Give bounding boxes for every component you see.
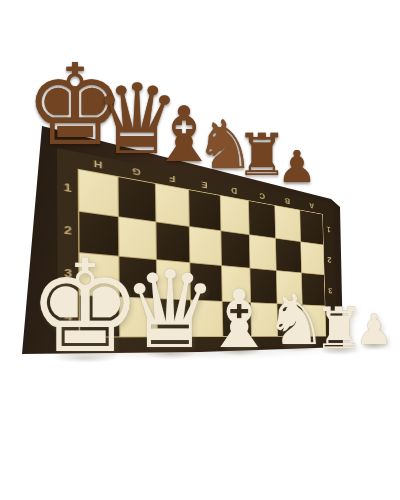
board-square [156,184,189,226]
rank-label: 3 [328,286,332,295]
product-photo-scene: H G F E D C B A 1 2 3 4 1 2 3 4 ♚ ♛ ♝ ♞ … [0,0,400,500]
board-square [249,201,275,237]
board-square [220,196,248,234]
rank-label: 2 [327,256,331,265]
file-label: B [285,196,291,205]
dark-pawn-piece: ♟ [277,145,316,189]
board-square [301,242,324,275]
board-square [275,206,300,241]
board-square [221,231,250,268]
light-pawn-piece: ♟ [355,309,393,351]
rank-label: 1 [64,181,72,194]
board-square [250,235,277,270]
file-label: C [259,191,265,201]
file-label: A [309,201,314,210]
board-square [119,177,155,221]
rank-label: 1 [326,225,330,234]
board-square [79,170,118,216]
board-square [189,190,220,230]
board-square [300,210,323,244]
board-square [276,238,301,272]
